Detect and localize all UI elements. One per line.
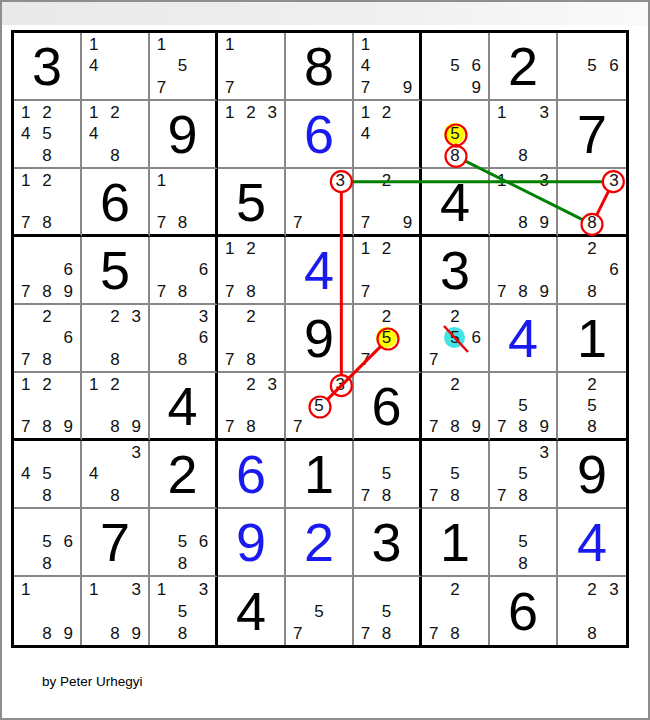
- cell-r8c9[interactable]: 4: [558, 509, 626, 577]
- cell-r8c4[interactable]: 9: [218, 509, 286, 577]
- candidate-5: 5: [512, 463, 533, 484]
- cell-r7c4[interactable]: 6: [218, 441, 286, 509]
- candidate-5: 5: [444, 55, 465, 76]
- candidate-8: 8: [172, 553, 193, 574]
- cell-r9c2[interactable]: 1389: [82, 577, 150, 645]
- cell-r8c2[interactable]: 7: [82, 509, 150, 577]
- pencil-marks: 157: [151, 34, 214, 98]
- cell-r9c6[interactable]: 578: [354, 577, 422, 645]
- cell-r3c9[interactable]: 38: [558, 169, 626, 237]
- candidate-3: 3: [604, 170, 625, 191]
- given-digit: 4: [422, 169, 488, 234]
- candidate-3: 3: [604, 579, 625, 600]
- pencil-marks: 124: [355, 102, 418, 166]
- pencil-marks: 348: [83, 442, 147, 506]
- candidate-8: 8: [512, 416, 533, 437]
- cell-r7c7[interactable]: 578: [422, 441, 490, 509]
- candidate-4: 4: [15, 463, 36, 484]
- candidate-5: 5: [376, 463, 397, 484]
- candidate-4: 4: [83, 463, 104, 484]
- cell-r3c1[interactable]: 1278: [14, 169, 82, 237]
- cell-r2c3[interactable]: 9: [150, 101, 218, 169]
- candidate-7: 7: [151, 77, 172, 98]
- cell-r7c9[interactable]: 9: [558, 441, 626, 509]
- candidate-7: 7: [287, 416, 308, 437]
- candidate-2: 2: [582, 579, 603, 600]
- candidate-1: 1: [83, 34, 104, 55]
- candidate-8: 8: [104, 485, 125, 506]
- given-digit: 3: [354, 509, 419, 575]
- cell-r9c7[interactable]: 278: [422, 577, 490, 645]
- given-digit: 7: [558, 101, 626, 167]
- candidate-7: 7: [15, 212, 36, 233]
- pencil-marks: 1278: [15, 170, 79, 233]
- candidate-8: 8: [582, 623, 603, 644]
- cell-r8c8[interactable]: 58: [490, 509, 558, 577]
- cell-r6c2[interactable]: 1289: [82, 373, 150, 441]
- pencil-marks: 568: [15, 510, 79, 574]
- cell-r7c3[interactable]: 2: [150, 441, 218, 509]
- candidate-8: 8: [444, 416, 465, 437]
- candidate-7: 7: [219, 416, 240, 437]
- pencil-marks: 568: [151, 510, 214, 574]
- cell-r1c3[interactable]: 157: [150, 33, 218, 101]
- candidate-1: 1: [15, 374, 36, 395]
- candidate-6: 6: [604, 55, 625, 76]
- candidate-5: 5: [172, 55, 193, 76]
- candidate-8: 8: [512, 553, 533, 574]
- candidate-2: 2: [376, 170, 397, 191]
- candidate-1: 1: [355, 238, 376, 259]
- given-digit: 8: [286, 33, 352, 99]
- cell-r6c6[interactable]: 6: [354, 373, 422, 441]
- sudoku-board: 3141571781479569256124581248912361245813…: [11, 30, 629, 648]
- candidate-5: 5: [36, 531, 57, 552]
- pencil-marks: 14: [83, 34, 147, 98]
- candidate-8: 8: [36, 349, 57, 370]
- candidate-1: 1: [15, 170, 36, 191]
- given-digit: 7: [82, 509, 148, 575]
- candidate-7: 7: [15, 416, 36, 437]
- cell-r6c3[interactable]: 4: [150, 373, 218, 441]
- candidate-1: 1: [491, 170, 512, 191]
- given-digit: 6: [354, 373, 419, 438]
- candidate-2: 2: [376, 306, 397, 327]
- solved-digit: 6: [286, 101, 352, 167]
- cell-r9c1[interactable]: 189: [14, 577, 82, 645]
- cell-r1c7[interactable]: 569: [422, 33, 490, 101]
- cell-r3c2[interactable]: 6: [82, 169, 150, 237]
- given-digit: 3: [422, 237, 488, 303]
- candidate-8: 8: [104, 623, 125, 644]
- cell-r5c7[interactable]: 2567: [422, 305, 490, 373]
- candidate-8: 8: [512, 281, 533, 302]
- cell-r1c9[interactable]: 56: [558, 33, 626, 101]
- given-digit: 4: [150, 373, 215, 438]
- cell-r4c6[interactable]: 127: [354, 237, 422, 305]
- pencil-marks: 12789: [15, 374, 79, 437]
- candidate-8: 8: [104, 349, 125, 370]
- cell-r3c7[interactable]: 4: [422, 169, 490, 237]
- candidate-3: 3: [534, 170, 555, 191]
- cell-r6c7[interactable]: 2789: [422, 373, 490, 441]
- cell-r2c2[interactable]: 1248: [82, 101, 150, 169]
- cell-r9c3[interactable]: 1358: [150, 577, 218, 645]
- candidate-5: 5: [36, 463, 57, 484]
- candidate-5: 5: [444, 463, 465, 484]
- candidate-8: 8: [104, 145, 125, 166]
- cell-r3c5[interactable]: 37: [286, 169, 354, 237]
- cell-r6c5[interactable]: 357: [286, 373, 354, 441]
- candidate-8: 8: [36, 485, 57, 506]
- cell-r5c3[interactable]: 368: [150, 305, 218, 373]
- candidate-8: 8: [172, 212, 193, 233]
- candidate-7: 7: [355, 77, 376, 98]
- candidate-8: 8: [582, 281, 603, 302]
- cell-r4c2[interactable]: 5: [82, 237, 150, 305]
- solved-digit: 4: [558, 509, 626, 575]
- candidate-2: 2: [240, 374, 261, 395]
- candidate-8: 8: [172, 349, 193, 370]
- cell-r5c4[interactable]: 278: [218, 305, 286, 373]
- cell-r2c5[interactable]: 6: [286, 101, 354, 169]
- solved-digit: 9: [218, 509, 284, 575]
- pencil-marks: 17: [219, 34, 283, 98]
- pencil-marks: 1278: [219, 238, 283, 302]
- candidate-3: 3: [193, 579, 214, 600]
- candidate-8: 8: [240, 349, 261, 370]
- candidate-7: 7: [355, 212, 376, 233]
- candidate-2: 2: [376, 238, 397, 259]
- cell-r7c8[interactable]: 3578: [490, 441, 558, 509]
- cell-r8c3[interactable]: 568: [150, 509, 218, 577]
- candidate-1: 1: [83, 374, 104, 395]
- candidate-8: 8: [376, 485, 397, 506]
- cell-r1c6[interactable]: 1479: [354, 33, 422, 101]
- cell-r6c9[interactable]: 258: [558, 373, 626, 441]
- pencil-marks: 268: [559, 238, 625, 302]
- candidate-2: 2: [444, 374, 465, 395]
- given-digit: 6: [490, 577, 556, 645]
- cell-r8c1[interactable]: 568: [14, 509, 82, 577]
- candidate-7: 7: [151, 281, 172, 302]
- cell-r6c4[interactable]: 2378: [218, 373, 286, 441]
- cell-r3c6[interactable]: 279: [354, 169, 422, 237]
- candidate-3: 3: [262, 374, 283, 395]
- cell-r4c7[interactable]: 3: [422, 237, 490, 305]
- cell-r2c6[interactable]: 124: [354, 101, 422, 169]
- candidate-5: 5: [376, 601, 397, 622]
- candidate-7: 7: [355, 349, 376, 370]
- window-titlebar: [2, 2, 648, 25]
- candidate-7: 7: [355, 281, 376, 302]
- candidate-5: 5: [512, 531, 533, 552]
- candidate-9: 9: [397, 77, 418, 98]
- pencil-marks: 37: [287, 170, 351, 233]
- pencil-marks: 2789: [423, 374, 487, 437]
- candidate-2: 2: [582, 374, 603, 395]
- candidate-7: 7: [15, 349, 36, 370]
- candidate-3: 3: [330, 374, 351, 395]
- candidate-5: 5: [36, 123, 57, 144]
- pencil-marks: 123: [219, 102, 283, 166]
- pencil-marks: 56: [559, 34, 625, 98]
- candidate-3: 3: [534, 102, 555, 123]
- cell-r1c2[interactable]: 14: [82, 33, 150, 101]
- pencil-marks: 127: [355, 238, 418, 302]
- pencil-marks: 789: [491, 238, 555, 302]
- candidate-7: 7: [491, 485, 512, 506]
- cell-r1c1[interactable]: 3: [14, 33, 82, 101]
- candidate-1: 1: [219, 102, 240, 123]
- candidate-8: 8: [512, 145, 533, 166]
- candidate-6: 6: [58, 259, 79, 280]
- cell-r4c5[interactable]: 4: [286, 237, 354, 305]
- candidate-8: 8: [444, 145, 465, 166]
- candidate-8: 8: [36, 623, 57, 644]
- candidate-8: 8: [36, 145, 57, 166]
- candidate-6: 6: [193, 327, 214, 348]
- candidate-5: 5: [308, 601, 329, 622]
- candidate-2: 2: [104, 374, 125, 395]
- cell-r2c8[interactable]: 138: [490, 101, 558, 169]
- candidate-7: 7: [491, 281, 512, 302]
- candidate-8: 8: [240, 281, 261, 302]
- candidate-2: 2: [444, 306, 465, 327]
- pencil-marks: 2378: [219, 374, 283, 437]
- pencil-marks: 2567: [423, 306, 487, 370]
- cell-r7c6[interactable]: 578: [354, 441, 422, 509]
- solved-digit: 4: [490, 305, 556, 371]
- candidate-1: 1: [83, 102, 104, 123]
- cell-r4c9[interactable]: 268: [558, 237, 626, 305]
- candidate-8: 8: [444, 485, 465, 506]
- candidate-7: 7: [491, 416, 512, 437]
- candidate-6: 6: [466, 55, 487, 76]
- pencil-marks: 1479: [355, 34, 418, 98]
- candidate-9: 9: [466, 416, 487, 437]
- candidate-6: 6: [193, 259, 214, 280]
- given-digit: 9: [558, 441, 626, 507]
- candidate-2: 2: [104, 306, 125, 327]
- candidate-9: 9: [534, 416, 555, 437]
- pencil-marks: 58: [423, 102, 487, 166]
- candidate-9: 9: [466, 77, 487, 98]
- cell-r8c6[interactable]: 3: [354, 509, 422, 577]
- cell-r2c4[interactable]: 123: [218, 101, 286, 169]
- pencil-marks: 178: [151, 170, 214, 233]
- cell-r9c8[interactable]: 6: [490, 577, 558, 645]
- cell-r1c5[interactable]: 8: [286, 33, 354, 101]
- candidate-8: 8: [512, 212, 533, 233]
- candidate-9: 9: [126, 416, 147, 437]
- cell-r4c3[interactable]: 678: [150, 237, 218, 305]
- candidate-9: 9: [58, 416, 79, 437]
- candidate-7: 7: [423, 416, 444, 437]
- candidate-8: 8: [104, 416, 125, 437]
- candidate-7: 7: [287, 623, 308, 644]
- cell-r5c2[interactable]: 238: [82, 305, 150, 373]
- candidate-5: 5: [444, 327, 465, 348]
- candidate-1: 1: [151, 579, 172, 600]
- candidate-5: 5: [512, 395, 533, 416]
- author-credit: by Peter Urhegyi: [42, 674, 143, 689]
- given-digit: 6: [82, 169, 148, 234]
- cell-r9c9[interactable]: 238: [558, 577, 626, 645]
- candidate-1: 1: [151, 34, 172, 55]
- given-digit: 5: [82, 237, 148, 303]
- candidate-9: 9: [534, 212, 555, 233]
- cell-r7c5[interactable]: 1: [286, 441, 354, 509]
- given-digit: 1: [558, 305, 626, 371]
- pencil-marks: 38: [559, 170, 625, 233]
- candidate-9: 9: [534, 281, 555, 302]
- candidate-9: 9: [397, 212, 418, 233]
- candidate-6: 6: [58, 531, 79, 552]
- cell-r3c4[interactable]: 5: [218, 169, 286, 237]
- given-digit: 2: [490, 33, 556, 99]
- candidate-8: 8: [36, 212, 57, 233]
- pencil-marks: 258: [559, 374, 625, 437]
- cell-r7c1[interactable]: 458: [14, 441, 82, 509]
- candidate-3: 3: [193, 306, 214, 327]
- cell-r5c6[interactable]: 257: [354, 305, 422, 373]
- cell-r6c1[interactable]: 12789: [14, 373, 82, 441]
- candidate-8: 8: [36, 416, 57, 437]
- candidate-6: 6: [58, 327, 79, 348]
- candidate-1: 1: [219, 34, 240, 55]
- pencil-marks: 578: [423, 442, 487, 506]
- candidate-3: 3: [262, 102, 283, 123]
- candidate-6: 6: [466, 327, 487, 348]
- candidate-1: 1: [355, 34, 376, 55]
- cell-r5c5[interactable]: 9: [286, 305, 354, 373]
- candidate-4: 4: [83, 55, 104, 76]
- candidate-7: 7: [355, 485, 376, 506]
- given-digit: 3: [14, 33, 80, 99]
- candidate-7: 7: [219, 349, 240, 370]
- candidate-7: 7: [287, 212, 308, 233]
- given-digit: 5: [218, 169, 284, 234]
- candidate-5: 5: [582, 55, 603, 76]
- cell-r9c4[interactable]: 4: [218, 577, 286, 645]
- candidate-7: 7: [219, 281, 240, 302]
- pencil-marks: 578: [355, 442, 418, 506]
- pencil-marks: 57: [287, 578, 351, 644]
- pencil-marks: 569: [423, 34, 487, 98]
- cell-r5c8[interactable]: 4: [490, 305, 558, 373]
- candidate-9: 9: [58, 281, 79, 302]
- candidate-2: 2: [104, 102, 125, 123]
- pencil-marks: 1389: [491, 170, 555, 233]
- candidate-1: 1: [151, 170, 172, 191]
- candidate-5: 5: [172, 531, 193, 552]
- pencil-marks: 578: [355, 578, 418, 644]
- pencil-marks: 6789: [15, 238, 79, 302]
- pencil-marks: 357: [287, 374, 351, 437]
- candidate-5: 5: [308, 395, 329, 416]
- cell-r3c8[interactable]: 1389: [490, 169, 558, 237]
- candidate-2: 2: [240, 102, 261, 123]
- candidate-8: 8: [376, 623, 397, 644]
- pencil-marks: 2678: [15, 306, 79, 370]
- candidate-7: 7: [423, 623, 444, 644]
- candidate-8: 8: [240, 416, 261, 437]
- solved-digit: 4: [286, 237, 352, 303]
- candidate-3: 3: [126, 442, 147, 463]
- pencil-marks: 1389: [83, 578, 147, 644]
- candidate-8: 8: [36, 553, 57, 574]
- cell-r9c5[interactable]: 57: [286, 577, 354, 645]
- cell-r1c8[interactable]: 2: [490, 33, 558, 101]
- cell-r8c5[interactable]: 2: [286, 509, 354, 577]
- given-digit: 4: [218, 577, 284, 645]
- candidate-3: 3: [330, 170, 351, 191]
- cell-r4c8[interactable]: 789: [490, 237, 558, 305]
- candidate-6: 6: [604, 259, 625, 280]
- candidate-7: 7: [423, 485, 444, 506]
- cell-r6c8[interactable]: 5789: [490, 373, 558, 441]
- pencil-marks: 279: [355, 170, 418, 233]
- cell-r8c7[interactable]: 1: [422, 509, 490, 577]
- candidate-4: 4: [15, 123, 36, 144]
- candidate-2: 2: [240, 306, 261, 327]
- candidate-2: 2: [376, 102, 397, 123]
- pencil-marks: 257: [355, 306, 418, 370]
- pencil-marks: 368: [151, 306, 214, 370]
- cell-r5c9[interactable]: 1: [558, 305, 626, 373]
- given-digit: 2: [150, 441, 215, 507]
- candidate-8: 8: [512, 485, 533, 506]
- candidate-3: 3: [126, 579, 147, 600]
- candidate-1: 1: [491, 102, 512, 123]
- candidate-8: 8: [582, 212, 603, 233]
- candidate-2: 2: [582, 238, 603, 259]
- candidate-7: 7: [219, 77, 240, 98]
- candidate-2: 2: [444, 579, 465, 600]
- cell-r4c1[interactable]: 6789: [14, 237, 82, 305]
- pencil-marks: 12458: [15, 102, 79, 166]
- cell-r2c1[interactable]: 12458: [14, 101, 82, 169]
- candidate-4: 4: [355, 123, 376, 144]
- pencil-marks: 58: [491, 510, 555, 574]
- candidate-7: 7: [15, 281, 36, 302]
- pencil-marks: 278: [219, 306, 283, 370]
- cell-r3c3[interactable]: 178: [150, 169, 218, 237]
- pencil-marks: 138: [491, 102, 555, 166]
- candidate-5: 5: [376, 327, 397, 348]
- app-window: 3141571781479569256124581248912361245813…: [0, 0, 650, 720]
- pencil-marks: 238: [559, 578, 625, 644]
- cell-r2c7[interactable]: 58: [422, 101, 490, 169]
- cell-r4c4[interactable]: 1278: [218, 237, 286, 305]
- candidate-7: 7: [423, 349, 444, 370]
- cell-r1c4[interactable]: 17: [218, 33, 286, 101]
- cell-r7c2[interactable]: 348: [82, 441, 150, 509]
- candidate-3: 3: [534, 442, 555, 463]
- candidate-4: 4: [355, 55, 376, 76]
- candidate-2: 2: [36, 170, 57, 191]
- cell-r2c9[interactable]: 7: [558, 101, 626, 169]
- given-digit: 1: [286, 441, 352, 507]
- cell-r5c1[interactable]: 2678: [14, 305, 82, 373]
- candidate-3: 3: [126, 306, 147, 327]
- pencil-marks: 3578: [491, 442, 555, 506]
- candidate-9: 9: [126, 623, 147, 644]
- pencil-marks: 1248: [83, 102, 147, 166]
- candidate-7: 7: [151, 212, 172, 233]
- candidate-2: 2: [36, 306, 57, 327]
